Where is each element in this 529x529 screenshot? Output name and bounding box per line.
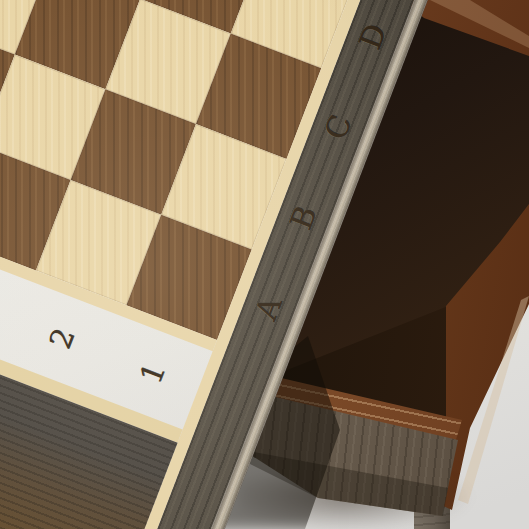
rank-label-2: 2 xyxy=(15,305,108,372)
rank-label-1: 1 xyxy=(106,339,199,406)
chess-table-photo: ABCD 21 xyxy=(0,0,529,529)
